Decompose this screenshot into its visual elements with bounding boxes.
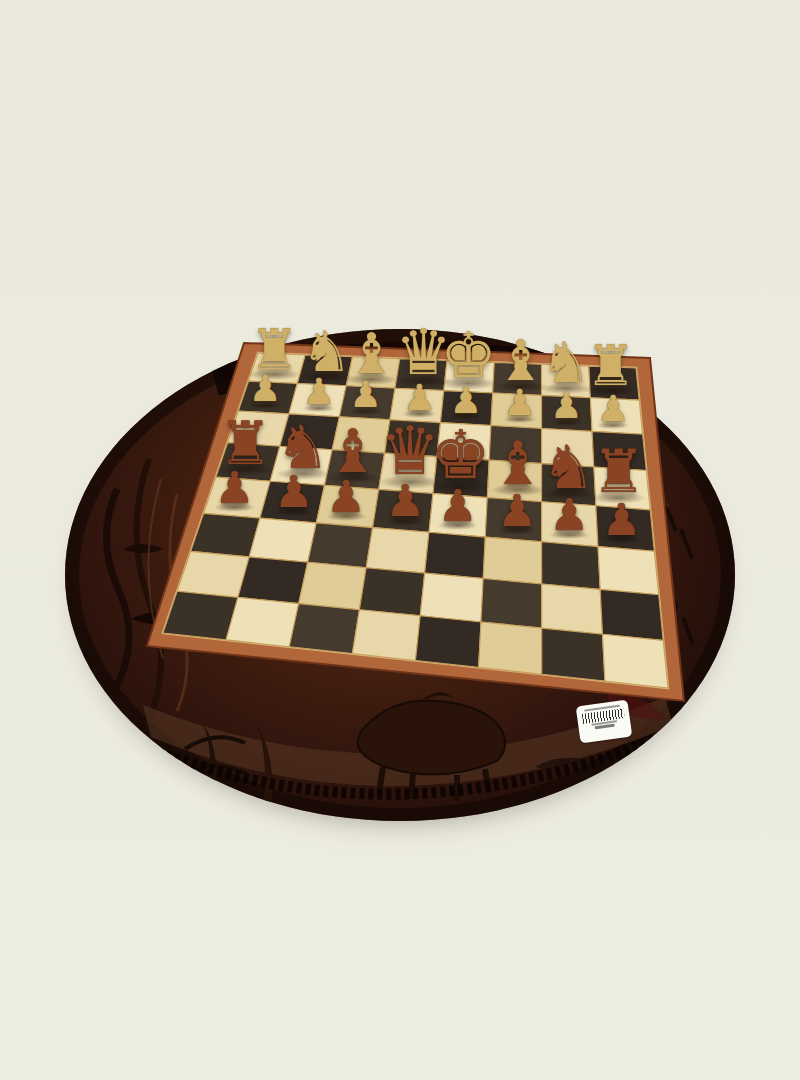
piece-brown-pawn-g4: ♟: [550, 493, 589, 537]
piece-gold-pawn-f7: ♟: [504, 385, 536, 421]
piece-gold-pawn-e7: ♟: [450, 383, 482, 419]
piece-gold-bishop-f8: ♝: [495, 333, 545, 389]
piece-gold-king-e8: ♚: [440, 324, 496, 387]
piece-gold-pawn-h7: ♟: [597, 391, 629, 427]
piece-brown-rook-h5: ♜: [592, 441, 646, 501]
chess-table-photo: ♜♞♝♛♚♝♞♜♟♟♟♟♟♟♟♟♜♞♝♛♚♝♞♜♟♟♟♟♟♟♟♟: [0, 0, 800, 1080]
piece-brown-pawn-c4: ♟: [326, 475, 365, 519]
piece-gold-pawn-a7: ♟: [249, 371, 281, 407]
piece-gold-pawn-d7: ♟: [403, 380, 435, 416]
piece-brown-pawn-a4: ♟: [215, 466, 254, 510]
piece-gold-knight-g8: ♞: [540, 335, 590, 391]
piece-brown-pawn-e4: ♟: [438, 484, 477, 528]
pieces-layer: ♜♞♝♛♚♝♞♜♟♟♟♟♟♟♟♟♜♞♝♛♚♝♞♜♟♟♟♟♟♟♟♟: [0, 0, 800, 1080]
piece-brown-pawn-b4: ♟: [274, 470, 313, 514]
piece-gold-pawn-c7: ♟: [349, 377, 381, 413]
piece-brown-pawn-h4: ♟: [602, 498, 641, 542]
price-tag: [576, 700, 633, 744]
piece-gold-pawn-g7: ♟: [550, 388, 582, 424]
piece-brown-pawn-d4: ♟: [386, 479, 425, 523]
piece-gold-rook-h8: ♜: [585, 338, 635, 394]
piece-brown-pawn-f4: ♟: [497, 489, 536, 533]
piece-brown-knight-g5: ♞: [541, 437, 595, 497]
piece-gold-pawn-b7: ♟: [303, 374, 335, 410]
